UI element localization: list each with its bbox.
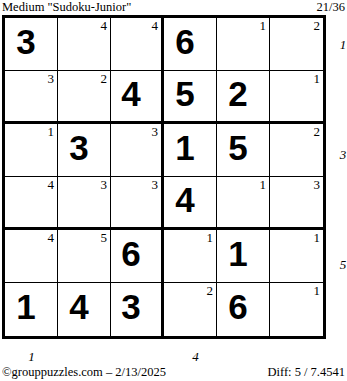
- col-label-1: 1: [25, 349, 39, 365]
- cell-r1c5[interactable]: 1: [217, 18, 270, 71]
- row-label-1: 1: [336, 37, 347, 53]
- cell-r1c6[interactable]: 2: [270, 18, 323, 71]
- cell-r3c3[interactable]: 3: [111, 124, 164, 177]
- given-digit: 1: [16, 289, 35, 324]
- given-digit: 1: [228, 236, 247, 271]
- given-digit: 5: [175, 76, 194, 111]
- cell-r5c1[interactable]: 4: [5, 230, 58, 283]
- row-label-3: 3: [336, 147, 347, 163]
- cell-r4c5[interactable]: 1: [217, 177, 270, 230]
- cell-r1c1[interactable]: 3: [5, 18, 58, 71]
- cell-r5c3[interactable]: 6: [111, 230, 164, 283]
- cell-r5c4[interactable]: 1: [164, 230, 217, 283]
- given-digit: 6: [175, 24, 194, 59]
- pencil-mark: 1: [260, 18, 267, 33]
- pencil-mark: 3: [101, 177, 108, 192]
- pencil-mark: 3: [314, 177, 321, 192]
- col-label-4: 4: [189, 349, 203, 365]
- cell-r1c4[interactable]: 6: [164, 18, 217, 71]
- given-digit: 5: [228, 130, 247, 165]
- pencil-mark: 2: [207, 283, 214, 298]
- pencil-mark: 5: [101, 230, 108, 245]
- copyright-text: ©grouppuzzles.com – 2/13/2025: [2, 365, 166, 379]
- given-digit: 4: [121, 76, 140, 111]
- cell-r6c4[interactable]: 2: [164, 283, 217, 336]
- puzzle-counter: 21/36: [317, 1, 345, 14]
- pencil-mark: 2: [101, 71, 108, 86]
- cell-r1c3[interactable]: 4: [111, 18, 164, 71]
- cell-r1c2[interactable]: 4: [58, 18, 111, 71]
- given-digit: 4: [69, 289, 88, 324]
- footer: ©grouppuzzles.com – 2/13/2025 Diff: 5 / …: [0, 364, 347, 379]
- board-wrap: 344612324521133152433413456111143261 135…: [2, 15, 333, 364]
- cell-r6c6[interactable]: 1: [270, 283, 323, 336]
- given-digit: 3: [16, 24, 35, 59]
- cell-r6c2[interactable]: 4: [58, 283, 111, 336]
- cell-r2c3[interactable]: 4: [111, 71, 164, 124]
- pencil-mark: 2: [314, 18, 321, 33]
- pencil-mark: 4: [101, 18, 108, 33]
- pencil-mark: 1: [314, 283, 321, 298]
- given-digit: 2: [228, 76, 247, 111]
- pencil-mark: 2: [314, 124, 321, 139]
- cell-r6c5[interactable]: 6: [217, 283, 270, 336]
- sudoku-board: 344612324521133152433413456111143261: [2, 15, 326, 339]
- given-digit: 3: [121, 289, 140, 324]
- pencil-mark: 3: [48, 71, 55, 86]
- cell-r6c3[interactable]: 3: [111, 283, 164, 336]
- cell-r3c5[interactable]: 5: [217, 124, 270, 177]
- cell-r5c6[interactable]: 1: [270, 230, 323, 283]
- cell-r2c5[interactable]: 2: [217, 71, 270, 124]
- cell-r4c3[interactable]: 3: [111, 177, 164, 230]
- cell-r2c4[interactable]: 5: [164, 71, 217, 124]
- cell-r2c2[interactable]: 2: [58, 71, 111, 124]
- pencil-mark: 1: [207, 230, 214, 245]
- difficulty-text: Diff: 5 / 7.4541: [267, 365, 345, 379]
- header: Medium "Sudoku-Junior" 21/36: [0, 0, 347, 15]
- cell-r4c6[interactable]: 3: [270, 177, 323, 230]
- pencil-mark: 3: [152, 177, 159, 192]
- cell-r2c1[interactable]: 3: [5, 71, 58, 124]
- pencil-mark: 4: [48, 230, 55, 245]
- cell-r3c6[interactable]: 2: [270, 124, 323, 177]
- cell-r6c1[interactable]: 1: [5, 283, 58, 336]
- cell-r2c6[interactable]: 1: [270, 71, 323, 124]
- cell-r4c1[interactable]: 4: [5, 177, 58, 230]
- cell-r3c1[interactable]: 1: [5, 124, 58, 177]
- row-label-5: 5: [336, 257, 347, 273]
- given-digit: 1: [175, 130, 194, 165]
- pencil-mark: 3: [152, 124, 159, 139]
- given-digit: 4: [175, 182, 194, 217]
- page-title: Medium "Sudoku-Junior": [2, 1, 131, 14]
- pencil-mark: 4: [152, 18, 159, 33]
- cell-r4c2[interactable]: 3: [58, 177, 111, 230]
- pencil-mark: 4: [48, 177, 55, 192]
- pencil-mark: 1: [314, 230, 321, 245]
- cell-r3c4[interactable]: 1: [164, 124, 217, 177]
- pencil-mark: 1: [48, 124, 55, 139]
- given-digit: 3: [69, 130, 88, 165]
- cell-r5c2[interactable]: 5: [58, 230, 111, 283]
- cell-r5c5[interactable]: 1: [217, 230, 270, 283]
- cell-r3c2[interactable]: 3: [58, 124, 111, 177]
- given-digit: 6: [228, 289, 247, 324]
- given-digit: 6: [121, 236, 140, 271]
- cell-r4c4[interactable]: 4: [164, 177, 217, 230]
- puzzle-page: Medium "Sudoku-Junior" 21/36 34461232452…: [0, 0, 347, 379]
- pencil-mark: 1: [314, 71, 321, 86]
- pencil-mark: 1: [260, 177, 267, 192]
